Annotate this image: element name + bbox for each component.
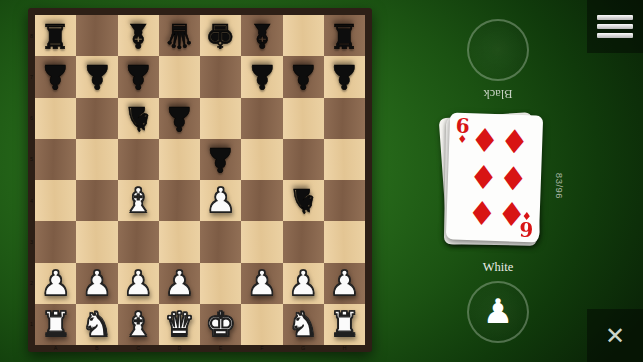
piece-wN-g1: ♞ <box>288 304 318 345</box>
close-button[interactable]: ✕ <box>587 309 643 362</box>
square-g8[interactable] <box>283 15 324 56</box>
chess-game-screen: ♜♝♛♚♝♜♟♟♟♟♟♟♞♟♟♝♟♞♟♟♟♟♟♟♟♜♞♝♛♚♞♜ ABCDEFG… <box>0 0 643 362</box>
diamond-pip-2: ♦ <box>499 124 530 158</box>
piece-bB-f8: ♝ <box>247 15 277 56</box>
square-c7[interactable]: ♟ <box>118 56 159 97</box>
piece-bB-c8: ♝ <box>123 15 153 56</box>
piece-wP-c2: ♟ <box>123 263 153 304</box>
square-b3[interactable] <box>76 221 117 262</box>
square-d6[interactable]: ♟ <box>159 98 200 139</box>
square-a1[interactable]: ♜ <box>35 304 76 345</box>
diamond-pip-4: ♦ <box>498 161 529 195</box>
white-player-avatar[interactable]: ♟ <box>467 281 529 343</box>
piece-bR-h8: ♜ <box>329 15 359 56</box>
menu-button[interactable] <box>587 0 643 53</box>
piece-bQ-d8: ♛ <box>164 15 194 56</box>
card-index-top-left: 6♦ <box>455 117 470 145</box>
piece-bP-a7: ♟ <box>40 56 70 97</box>
piece-wP-g2: ♟ <box>288 263 318 304</box>
piece-bP-e5: ♟ <box>205 139 235 180</box>
diamond-pip-5: ♦ <box>467 197 498 231</box>
diamond-pip-3: ♦ <box>468 160 499 194</box>
piece-bP-g7: ♟ <box>288 56 318 97</box>
square-c3[interactable] <box>118 221 159 262</box>
square-e7[interactable] <box>200 56 241 97</box>
square-b2[interactable]: ♟ <box>76 263 117 304</box>
square-c4[interactable]: ♝ <box>118 180 159 221</box>
file-label-b: B <box>76 345 117 352</box>
rank-label-1: 1 <box>28 304 35 345</box>
square-c6[interactable]: ♞ <box>118 98 159 139</box>
file-label-g: G <box>283 345 324 352</box>
square-d7[interactable] <box>159 56 200 97</box>
square-a5[interactable] <box>35 139 76 180</box>
square-e4[interactable]: ♟ <box>200 180 241 221</box>
square-h7[interactable]: ♟ <box>324 56 365 97</box>
square-h8[interactable]: ♜ <box>324 15 365 56</box>
file-label-c: C <box>118 345 159 352</box>
close-icon: ✕ <box>605 324 625 348</box>
piece-wR-h1: ♜ <box>329 304 359 345</box>
square-g6[interactable] <box>283 98 324 139</box>
square-b4[interactable] <box>76 180 117 221</box>
square-f4[interactable] <box>241 180 282 221</box>
square-b1[interactable]: ♞ <box>76 304 117 345</box>
hamburger-menu-icon <box>597 15 633 38</box>
square-g4[interactable]: ♞ <box>283 180 324 221</box>
black-player-label: Black <box>430 86 566 101</box>
square-e3[interactable] <box>200 221 241 262</box>
piece-wR-a1: ♜ <box>40 304 70 345</box>
square-a6[interactable] <box>35 98 76 139</box>
square-d4[interactable] <box>159 180 200 221</box>
piece-wB-c4: ♝ <box>123 180 153 221</box>
card-counter: 83/96 <box>550 162 570 210</box>
white-player-label: White <box>430 260 566 275</box>
piece-wP-b2: ♟ <box>82 263 112 304</box>
square-d8[interactable]: ♛ <box>159 15 200 56</box>
square-b6[interactable] <box>76 98 117 139</box>
square-f6[interactable] <box>241 98 282 139</box>
square-h2[interactable]: ♟ <box>324 263 365 304</box>
square-f8[interactable]: ♝ <box>241 15 282 56</box>
rank-label-4: 4 <box>28 180 35 221</box>
square-h1[interactable]: ♜ <box>324 304 365 345</box>
piece-wP-e4: ♟ <box>205 180 235 221</box>
diamond-pip-6: ♦ <box>496 198 527 232</box>
piece-wN-b1: ♞ <box>82 304 112 345</box>
square-f1[interactable] <box>241 304 282 345</box>
piece-bN-g4: ♞ <box>288 180 318 221</box>
rank-label-8: 8 <box>28 15 35 56</box>
piece-bK-e8: ♚ <box>205 15 235 56</box>
square-h4[interactable] <box>324 180 365 221</box>
square-c1[interactable]: ♝ <box>118 304 159 345</box>
square-f2[interactable]: ♟ <box>241 263 282 304</box>
piece-wK-e1: ♚ <box>205 304 235 345</box>
square-c5[interactable] <box>118 139 159 180</box>
square-e8[interactable]: ♚ <box>200 15 241 56</box>
square-d2[interactable]: ♟ <box>159 263 200 304</box>
square-d5[interactable] <box>159 139 200 180</box>
square-f7[interactable]: ♟ <box>241 56 282 97</box>
square-a7[interactable]: ♟ <box>35 56 76 97</box>
rank-label-3: 3 <box>28 221 35 262</box>
piece-wB-c1: ♝ <box>123 304 153 345</box>
square-c8[interactable]: ♝ <box>118 15 159 56</box>
square-b5[interactable] <box>76 139 117 180</box>
square-a3[interactable] <box>35 221 76 262</box>
square-g7[interactable]: ♟ <box>283 56 324 97</box>
square-c2[interactable]: ♟ <box>118 263 159 304</box>
square-f5[interactable] <box>241 139 282 180</box>
square-g3[interactable] <box>283 221 324 262</box>
piece-bP-d6: ♟ <box>164 98 194 139</box>
piece-bP-c7: ♟ <box>123 56 153 97</box>
white-pawn-icon: ♟ <box>483 294 513 328</box>
square-e2[interactable] <box>200 263 241 304</box>
square-a2[interactable]: ♟ <box>35 263 76 304</box>
file-labels: ABCDEFGH <box>35 345 365 352</box>
piece-wP-d2: ♟ <box>164 263 194 304</box>
square-g1[interactable]: ♞ <box>283 304 324 345</box>
piece-bR-a8: ♜ <box>40 15 70 56</box>
square-g2[interactable]: ♟ <box>283 263 324 304</box>
diamond-pip-1: ♦ <box>469 123 500 157</box>
square-e1[interactable]: ♚ <box>200 304 241 345</box>
card-stack[interactable]: 6♦ 6♦ ♦♦♦♦♦♦ <box>444 112 544 246</box>
square-e6[interactable] <box>200 98 241 139</box>
piece-wP-f2: ♟ <box>247 263 277 304</box>
square-a4[interactable] <box>35 180 76 221</box>
file-label-e: E <box>200 345 241 352</box>
square-f3[interactable] <box>241 221 282 262</box>
square-b8[interactable] <box>76 15 117 56</box>
rank-label-5: 5 <box>28 139 35 180</box>
square-g5[interactable] <box>283 139 324 180</box>
black-player-avatar[interactable] <box>467 19 529 81</box>
square-e5[interactable]: ♟ <box>200 139 241 180</box>
piece-wP-a2: ♟ <box>40 263 70 304</box>
square-h5[interactable] <box>324 139 365 180</box>
piece-wP-h2: ♟ <box>329 263 359 304</box>
file-label-f: F <box>241 345 282 352</box>
square-h3[interactable] <box>324 221 365 262</box>
piece-bP-b7: ♟ <box>82 56 112 97</box>
chess-board: ♜♝♛♚♝♜♟♟♟♟♟♟♞♟♟♝♟♞♟♟♟♟♟♟♟♜♞♝♛♚♞♜ ABCDEFG… <box>28 8 372 352</box>
square-h6[interactable] <box>324 98 365 139</box>
square-a8[interactable]: ♜ <box>35 15 76 56</box>
file-label-h: H <box>324 345 365 352</box>
piece-bN-c6: ♞ <box>123 98 153 139</box>
rank-label-7: 7 <box>28 56 35 97</box>
piece-bP-h7: ♟ <box>329 56 359 97</box>
file-label-a: A <box>35 345 76 352</box>
rank-labels: 87654321 <box>28 15 35 345</box>
square-d1[interactable]: ♛ <box>159 304 200 345</box>
board-squares: ♜♝♛♚♝♜♟♟♟♟♟♟♞♟♟♝♟♞♟♟♟♟♟♟♟♜♞♝♛♚♞♜ <box>35 15 365 345</box>
playing-card-6-of-diamonds[interactable]: 6♦ 6♦ ♦♦♦♦♦♦ <box>446 112 543 242</box>
square-b7[interactable]: ♟ <box>76 56 117 97</box>
piece-wQ-d1: ♛ <box>164 304 194 345</box>
piece-bP-f7: ♟ <box>247 56 277 97</box>
file-label-d: D <box>159 345 200 352</box>
rank-label-6: 6 <box>28 98 35 139</box>
square-d3[interactable] <box>159 221 200 262</box>
rank-label-2: 2 <box>28 263 35 304</box>
